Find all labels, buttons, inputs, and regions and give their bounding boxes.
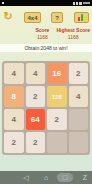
tile-2: 2 [26,132,46,153]
score-label: Score [35,27,49,34]
tile-2: 2 [69,63,89,84]
help-button[interactable]: ? [51,12,63,23]
z-key[interactable]: Z [81,171,89,184]
restart-icon[interactable]: ↻ [2,10,14,22]
tile-64: 64 [26,109,46,130]
tile-4: 4 [69,86,89,107]
tile-2: 2 [47,109,67,130]
navigation-bar: ◁ ⌂ ▢ Z [0,171,92,184]
tile-2: 2 [26,86,46,107]
back-icon[interactable]: ◁ [22,171,30,184]
grid-size-button[interactable]: 4x4 [24,12,41,23]
clock-indicator [83,2,90,4]
score-value: 1168 [35,34,49,41]
tile-16: 16 [47,63,67,84]
highest-score-label: Highest Score [56,27,90,34]
status-left-icons [2,2,4,4]
home-icon[interactable]: ⌂ [42,171,50,184]
leaderboard-icon [78,14,86,21]
screen: ↻ 4x4 ? Score 1168 Highest Score 1168 Ob… [0,0,92,184]
score-block: Score 1168 [35,27,49,41]
goal-text: Obtain 2048 to win! [24,45,67,51]
notification-icon [2,2,4,4]
empty-cell [47,132,67,153]
leaderboard-button[interactable] [74,12,89,23]
board[interactable]: 44162821284464222 [2,61,90,155]
tile-4: 4 [4,63,24,84]
recents-icon[interactable]: ▢ [57,173,73,182]
signal-icon [73,2,75,5]
wifi-icon [76,2,78,5]
battery-icon [79,2,82,5]
tile-4: 4 [4,109,24,130]
empty-cell [69,109,89,130]
tile-2: 2 [4,132,24,153]
tile-4: 4 [26,63,46,84]
status-right-icons [73,2,90,5]
goal-banner: Obtain 2048 to win! [0,44,92,52]
highest-score-value: 1168 [56,34,90,41]
tile-8: 8 [4,86,24,107]
status-bar [0,0,92,6]
tile-128: 128 [47,86,67,107]
empty-cell [69,132,89,153]
score-panel: Score 1168 Highest Score 1168 [35,27,90,41]
highest-score-block: Highest Score 1168 [56,27,90,41]
